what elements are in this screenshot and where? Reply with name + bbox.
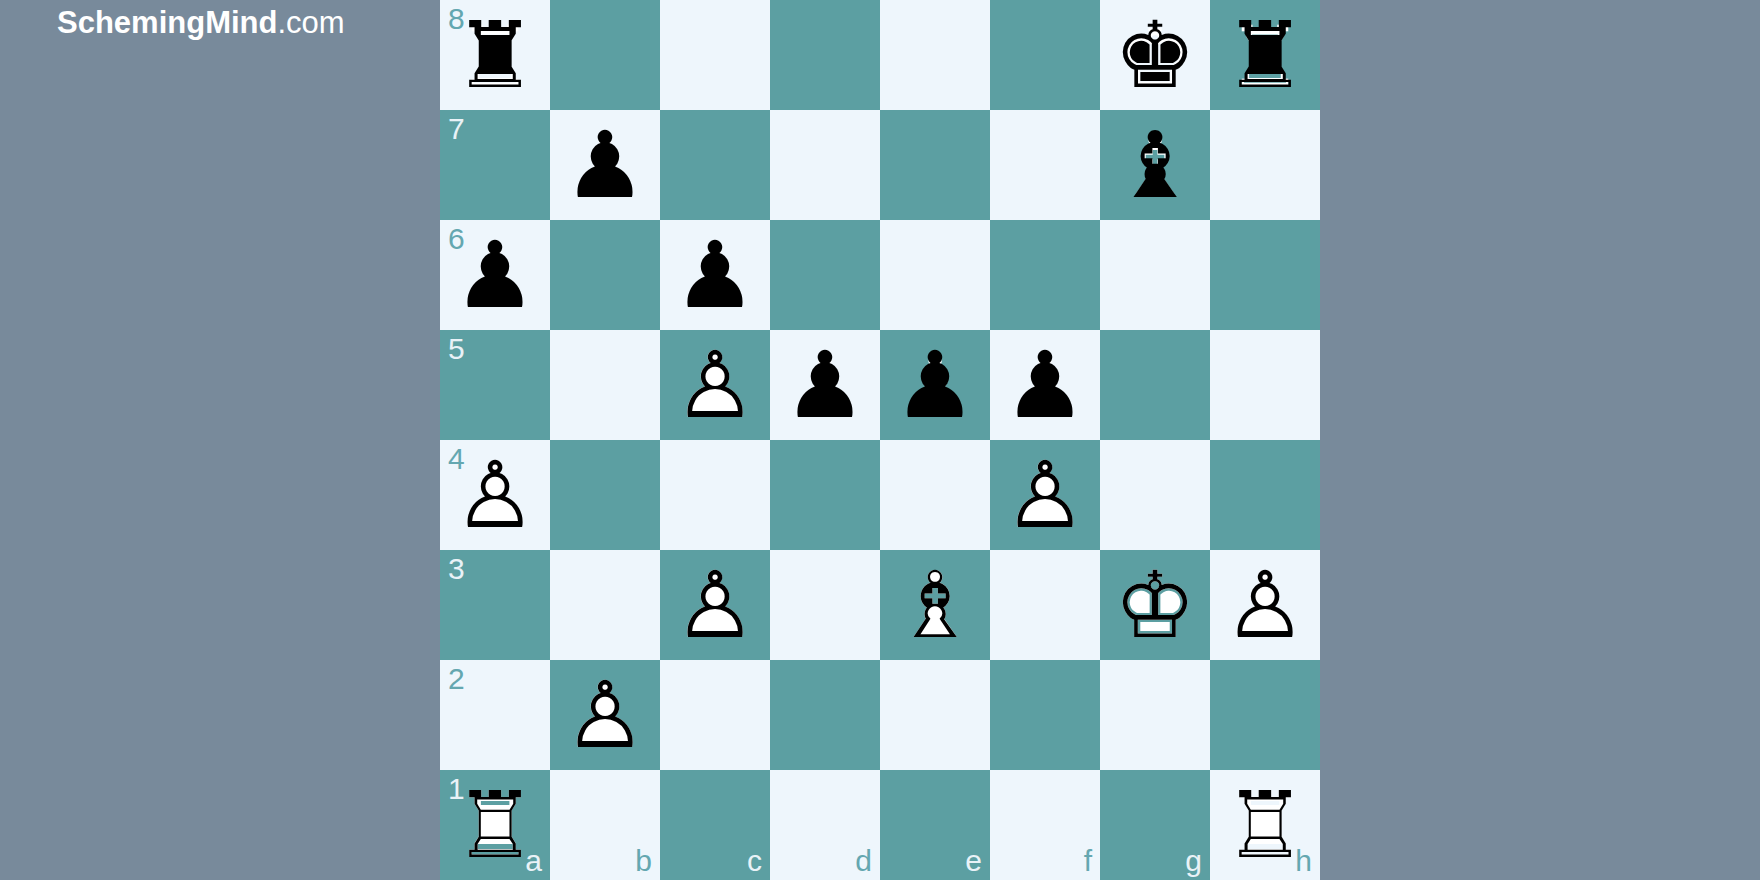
square-f1[interactable]: f xyxy=(990,770,1100,880)
rank-label-8: 8 xyxy=(448,3,465,35)
square-g2[interactable] xyxy=(1100,660,1210,770)
square-e7[interactable] xyxy=(880,110,990,220)
square-h3[interactable]: ♟♙ xyxy=(1210,550,1320,660)
square-h7[interactable] xyxy=(1210,110,1320,220)
square-h4[interactable] xyxy=(1210,440,1320,550)
square-h5[interactable] xyxy=(1210,330,1320,440)
square-g3[interactable]: ♚♔ xyxy=(1100,550,1210,660)
piece-white-pawn: ♟♙ xyxy=(550,660,660,770)
square-e2[interactable] xyxy=(880,660,990,770)
square-c3[interactable]: ♟♙ xyxy=(660,550,770,660)
square-a8[interactable]: ♜♜8 xyxy=(440,0,550,110)
square-f3[interactable] xyxy=(990,550,1100,660)
piece-black-pawn: ♟♟ xyxy=(880,330,990,440)
rank-label-1: 1 xyxy=(448,773,465,805)
file-label-d: d xyxy=(855,845,872,877)
file-label-f: f xyxy=(1084,845,1092,877)
piece-black-pawn: ♟♟ xyxy=(990,330,1100,440)
square-b4[interactable] xyxy=(550,440,660,550)
piece-white-king: ♚♔ xyxy=(1100,550,1210,660)
square-d3[interactable] xyxy=(770,550,880,660)
piece-white-bishop: ♝♗ xyxy=(880,550,990,660)
square-e6[interactable] xyxy=(880,220,990,330)
piece-black-pawn: ♟♟ xyxy=(550,110,660,220)
piece-black-pawn: ♟♟ xyxy=(770,330,880,440)
file-label-h: h xyxy=(1295,845,1312,877)
piece-white-pawn: ♟♙ xyxy=(660,550,770,660)
square-f2[interactable] xyxy=(990,660,1100,770)
square-h2[interactable] xyxy=(1210,660,1320,770)
square-b5[interactable] xyxy=(550,330,660,440)
rank-label-4: 4 xyxy=(448,443,465,475)
square-e8[interactable] xyxy=(880,0,990,110)
square-h8[interactable]: ♜♜ xyxy=(1210,0,1320,110)
piece-white-pawn: ♟♙ xyxy=(990,440,1100,550)
square-b8[interactable] xyxy=(550,0,660,110)
square-g5[interactable] xyxy=(1100,330,1210,440)
square-c5[interactable]: ♟♙ xyxy=(660,330,770,440)
square-g4[interactable] xyxy=(1100,440,1210,550)
square-a5[interactable]: 5 xyxy=(440,330,550,440)
square-c1[interactable]: c xyxy=(660,770,770,880)
site-logo-suffix: .com xyxy=(277,5,344,40)
square-e3[interactable]: ♝♗ xyxy=(880,550,990,660)
page-background: SchemingMind.com ♜♜8♚♚♜♜7♟♟♝♝♟♟6♟♟5♟♙♟♟♟… xyxy=(0,0,1760,880)
square-c6[interactable]: ♟♟ xyxy=(660,220,770,330)
square-d8[interactable] xyxy=(770,0,880,110)
piece-black-king: ♚♚ xyxy=(1100,0,1210,110)
square-b3[interactable] xyxy=(550,550,660,660)
square-f5[interactable]: ♟♟ xyxy=(990,330,1100,440)
square-b2[interactable]: ♟♙ xyxy=(550,660,660,770)
square-a6[interactable]: ♟♟6 xyxy=(440,220,550,330)
square-d4[interactable] xyxy=(770,440,880,550)
square-f4[interactable]: ♟♙ xyxy=(990,440,1100,550)
square-g7[interactable]: ♝♝ xyxy=(1100,110,1210,220)
square-a7[interactable]: 7 xyxy=(440,110,550,220)
square-a1[interactable]: ♜♖1a xyxy=(440,770,550,880)
rank-label-3: 3 xyxy=(448,553,465,585)
square-d5[interactable]: ♟♟ xyxy=(770,330,880,440)
piece-black-bishop: ♝♝ xyxy=(1100,110,1210,220)
square-c8[interactable] xyxy=(660,0,770,110)
square-g8[interactable]: ♚♚ xyxy=(1100,0,1210,110)
square-d2[interactable] xyxy=(770,660,880,770)
square-f6[interactable] xyxy=(990,220,1100,330)
square-e5[interactable]: ♟♟ xyxy=(880,330,990,440)
square-e4[interactable] xyxy=(880,440,990,550)
square-h1[interactable]: ♜♖h xyxy=(1210,770,1320,880)
file-label-g: g xyxy=(1185,845,1202,877)
square-c2[interactable] xyxy=(660,660,770,770)
square-f8[interactable] xyxy=(990,0,1100,110)
rank-label-7: 7 xyxy=(448,113,465,145)
file-label-a: a xyxy=(525,845,542,877)
piece-black-pawn: ♟♟ xyxy=(660,220,770,330)
square-e1[interactable]: e xyxy=(880,770,990,880)
square-b1[interactable]: b xyxy=(550,770,660,880)
chess-board: ♜♜8♚♚♜♜7♟♟♝♝♟♟6♟♟5♟♙♟♟♟♟♟♟♟♙4♟♙3♟♙♝♗♚♔♟♙… xyxy=(440,0,1320,880)
rank-label-2: 2 xyxy=(448,663,465,695)
square-d1[interactable]: d xyxy=(770,770,880,880)
piece-white-pawn: ♟♙ xyxy=(660,330,770,440)
square-b7[interactable]: ♟♟ xyxy=(550,110,660,220)
square-c4[interactable] xyxy=(660,440,770,550)
file-label-b: b xyxy=(635,845,652,877)
square-c7[interactable] xyxy=(660,110,770,220)
square-a2[interactable]: 2 xyxy=(440,660,550,770)
piece-black-rook: ♜♜ xyxy=(1210,0,1320,110)
file-label-c: c xyxy=(747,845,762,877)
site-logo-brand: SchemingMind xyxy=(57,5,277,40)
square-h6[interactable] xyxy=(1210,220,1320,330)
square-g6[interactable] xyxy=(1100,220,1210,330)
square-g1[interactable]: g xyxy=(1100,770,1210,880)
site-logo[interactable]: SchemingMind.com xyxy=(57,5,345,41)
rank-label-5: 5 xyxy=(448,333,465,365)
square-d7[interactable] xyxy=(770,110,880,220)
piece-white-pawn: ♟♙ xyxy=(1210,550,1320,660)
square-a3[interactable]: 3 xyxy=(440,550,550,660)
square-b6[interactable] xyxy=(550,220,660,330)
square-d6[interactable] xyxy=(770,220,880,330)
square-a4[interactable]: ♟♙4 xyxy=(440,440,550,550)
square-f7[interactable] xyxy=(990,110,1100,220)
file-label-e: e xyxy=(965,845,982,877)
rank-label-6: 6 xyxy=(448,223,465,255)
